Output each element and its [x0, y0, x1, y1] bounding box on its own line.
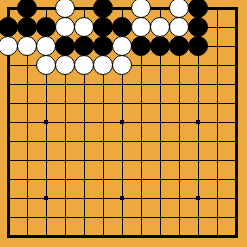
board-point-9-12[interactable]	[151, 208, 170, 227]
board-point-3-7[interactable]	[37, 113, 56, 132]
board-point-11-12[interactable]	[189, 208, 208, 227]
white-stone: ○	[55, 17, 75, 37]
board-point-11-5[interactable]	[189, 75, 208, 94]
board-point-7-3[interactable]: ○	[113, 37, 132, 56]
board-point-5-12[interactable]	[75, 208, 94, 227]
board-point-9-1[interactable]	[151, 0, 170, 18]
board-point-10-4[interactable]	[170, 56, 189, 75]
board-point-1-2[interactable]: ●	[0, 18, 18, 37]
board-point-5-5[interactable]	[75, 75, 94, 94]
board-point-6-1[interactable]: ●	[94, 0, 113, 18]
board-point-3-1[interactable]	[37, 0, 56, 18]
board-point-6-6[interactable]	[94, 94, 113, 113]
board-point-5-9[interactable]	[75, 151, 94, 170]
board-point-12-1[interactable]	[208, 0, 227, 18]
board-point-10-10[interactable]	[170, 170, 189, 189]
board-point-13-3[interactable]	[227, 37, 246, 56]
board-point-5-11[interactable]	[75, 189, 94, 208]
board-point-6-11[interactable]	[94, 189, 113, 208]
white-stone: ○	[55, 55, 75, 75]
board-point-3-8[interactable]	[37, 132, 56, 151]
board-point-4-13[interactable]	[56, 227, 75, 246]
board-point-9-2[interactable]: ○	[151, 18, 170, 37]
board-point-8-4[interactable]	[132, 56, 151, 75]
board-point-3-3[interactable]: ○	[37, 37, 56, 56]
board-point-1-10[interactable]	[0, 170, 18, 189]
board-point-6-4[interactable]: ○	[94, 56, 113, 75]
board-point-2-7[interactable]	[18, 113, 37, 132]
board-point-6-3[interactable]: ●	[94, 37, 113, 56]
board-point-12-8[interactable]	[208, 132, 227, 151]
board-point-2-3[interactable]: ○	[18, 37, 37, 56]
board-point-13-5[interactable]	[227, 75, 246, 94]
board-point-2-13[interactable]	[18, 227, 37, 246]
board-point-11-6[interactable]	[189, 94, 208, 113]
board-point-7-2[interactable]: ●	[113, 18, 132, 37]
board-point-11-3[interactable]: ●	[189, 37, 208, 56]
board-point-7-8[interactable]	[113, 132, 132, 151]
board-point-2-11[interactable]	[18, 189, 37, 208]
board-point-12-6[interactable]	[208, 94, 227, 113]
black-stone: ●	[93, 36, 113, 56]
board-point-4-7[interactable]	[56, 113, 75, 132]
board-point-10-2[interactable]: ○	[170, 18, 189, 37]
board-point-13-10[interactable]	[227, 170, 246, 189]
board-point-4-6[interactable]	[56, 94, 75, 113]
board-point-4-3[interactable]: ●	[56, 37, 75, 56]
board-point-7-6[interactable]	[113, 94, 132, 113]
board-point-3-10[interactable]	[37, 170, 56, 189]
board-point-2-10[interactable]	[18, 170, 37, 189]
board-point-13-8[interactable]	[227, 132, 246, 151]
board-point-8-7[interactable]	[132, 113, 151, 132]
board-point-3-9[interactable]	[37, 151, 56, 170]
black-stone: ●	[188, 0, 208, 18]
board-point-6-2[interactable]: ●	[94, 18, 113, 37]
board-point-4-11[interactable]	[56, 189, 75, 208]
board-point-9-5[interactable]	[151, 75, 170, 94]
board-point-1-4[interactable]	[0, 56, 18, 75]
board-point-13-6[interactable]	[227, 94, 246, 113]
white-stone: ○	[169, 17, 189, 37]
board-point-5-7[interactable]	[75, 113, 94, 132]
white-stone: ○	[74, 55, 94, 75]
board-point-12-12[interactable]	[208, 208, 227, 227]
board-point-3-6[interactable]	[37, 94, 56, 113]
board-point-12-5[interactable]	[208, 75, 227, 94]
white-stone: ○	[93, 55, 113, 75]
board-point-6-10[interactable]	[94, 170, 113, 189]
board-point-7-10[interactable]	[113, 170, 132, 189]
board-point-11-2[interactable]: ●	[189, 18, 208, 37]
board-point-1-7[interactable]	[0, 113, 18, 132]
white-stone: ○	[169, 0, 189, 18]
board-point-7-7[interactable]	[113, 113, 132, 132]
board-point-2-8[interactable]	[18, 132, 37, 151]
board-point-9-13[interactable]	[151, 227, 170, 246]
board-point-12-3[interactable]	[208, 37, 227, 56]
board-point-11-8[interactable]	[189, 132, 208, 151]
board-point-12-4[interactable]	[208, 56, 227, 75]
board-point-1-5[interactable]	[0, 75, 18, 94]
board-point-8-13[interactable]	[132, 227, 151, 246]
board-point-9-6[interactable]	[151, 94, 170, 113]
board-point-12-10[interactable]	[208, 170, 227, 189]
board-intersections: ●○●○○●●●●○○●●○○○●○○○●●●○●●●●○○○○○	[0, 0, 246, 246]
board-point-10-13[interactable]	[170, 227, 189, 246]
board-point-9-11[interactable]	[151, 189, 170, 208]
board-point-8-12[interactable]	[132, 208, 151, 227]
board-point-4-9[interactable]	[56, 151, 75, 170]
board-point-13-11[interactable]	[227, 189, 246, 208]
board-point-7-11[interactable]	[113, 189, 132, 208]
board-point-7-9[interactable]	[113, 151, 132, 170]
board-point-2-6[interactable]	[18, 94, 37, 113]
board-point-3-13[interactable]	[37, 227, 56, 246]
board-point-3-12[interactable]	[37, 208, 56, 227]
board-point-11-1[interactable]: ●	[189, 0, 208, 18]
board-point-12-11[interactable]	[208, 189, 227, 208]
board-point-2-9[interactable]	[18, 151, 37, 170]
board-point-4-8[interactable]	[56, 132, 75, 151]
black-stone: ●	[131, 36, 151, 56]
white-stone: ○	[131, 17, 151, 37]
black-stone: ●	[17, 0, 37, 18]
board-point-13-12[interactable]	[227, 208, 246, 227]
board-point-5-2[interactable]: ○	[75, 18, 94, 37]
board-point-8-6[interactable]	[132, 94, 151, 113]
board-point-11-11[interactable]	[189, 189, 208, 208]
board-point-1-8[interactable]	[0, 132, 18, 151]
white-stone: ○	[131, 0, 151, 18]
board-point-7-12[interactable]	[113, 208, 132, 227]
black-stone: ●	[93, 0, 113, 18]
board-point-8-8[interactable]	[132, 132, 151, 151]
board-point-9-10[interactable]	[151, 170, 170, 189]
white-stone: ○	[36, 36, 56, 56]
board-point-10-6[interactable]	[170, 94, 189, 113]
board-point-10-12[interactable]	[170, 208, 189, 227]
board-point-2-2[interactable]: ●	[18, 18, 37, 37]
board-point-11-4[interactable]	[189, 56, 208, 75]
board-point-2-12[interactable]	[18, 208, 37, 227]
board-point-1-11[interactable]	[0, 189, 18, 208]
board-point-4-5[interactable]	[56, 75, 75, 94]
board-point-9-3[interactable]: ●	[151, 37, 170, 56]
board-point-13-7[interactable]	[227, 113, 246, 132]
board-point-10-8[interactable]	[170, 132, 189, 151]
board-point-10-7[interactable]	[170, 113, 189, 132]
board-point-12-2[interactable]	[208, 18, 227, 37]
board-point-5-6[interactable]	[75, 94, 94, 113]
board-point-6-13[interactable]	[94, 227, 113, 246]
board-point-13-1[interactable]	[227, 0, 246, 18]
black-stone: ●	[188, 17, 208, 37]
board-point-5-13[interactable]	[75, 227, 94, 246]
white-stone: ○	[0, 36, 18, 56]
board-point-13-9[interactable]	[227, 151, 246, 170]
board-point-8-3[interactable]: ●	[132, 37, 151, 56]
board-point-9-9[interactable]	[151, 151, 170, 170]
white-stone: ○	[36, 55, 56, 75]
board-point-5-1[interactable]	[75, 0, 94, 18]
black-stone: ●	[17, 17, 37, 37]
board-point-3-11[interactable]	[37, 189, 56, 208]
black-stone: ●	[188, 36, 208, 56]
board-point-8-11[interactable]	[132, 189, 151, 208]
board-point-6-9[interactable]	[94, 151, 113, 170]
board-point-2-4[interactable]	[18, 56, 37, 75]
board-point-2-5[interactable]	[18, 75, 37, 94]
board-point-4-10[interactable]	[56, 170, 75, 189]
black-stone: ●	[74, 36, 94, 56]
board-point-1-12[interactable]	[0, 208, 18, 227]
board-point-1-6[interactable]	[0, 94, 18, 113]
board-point-6-8[interactable]	[94, 132, 113, 151]
white-stone: ○	[150, 17, 170, 37]
board-point-5-3[interactable]: ●	[75, 37, 94, 56]
board-point-1-3[interactable]: ○	[0, 37, 18, 56]
board-point-1-9[interactable]	[0, 151, 18, 170]
board-point-8-9[interactable]	[132, 151, 151, 170]
board-point-8-1[interactable]: ○	[132, 0, 151, 18]
go-board: ●○●○○●●●●○○●●○○○●○○○●●●○●●●●○○○○○	[0, 0, 247, 247]
board-point-10-9[interactable]	[170, 151, 189, 170]
board-point-6-7[interactable]	[94, 113, 113, 132]
board-point-10-11[interactable]	[170, 189, 189, 208]
board-point-9-8[interactable]	[151, 132, 170, 151]
white-stone: ○	[55, 0, 75, 18]
board-point-10-3[interactable]: ●	[170, 37, 189, 56]
board-point-5-4[interactable]: ○	[75, 56, 94, 75]
board-point-3-4[interactable]: ○	[37, 56, 56, 75]
board-point-9-7[interactable]	[151, 113, 170, 132]
board-point-11-7[interactable]	[189, 113, 208, 132]
board-point-9-4[interactable]	[151, 56, 170, 75]
board-point-12-9[interactable]	[208, 151, 227, 170]
board-point-4-12[interactable]	[56, 208, 75, 227]
board-point-7-4[interactable]: ○	[113, 56, 132, 75]
black-stone: ●	[112, 17, 132, 37]
board-point-10-1[interactable]: ○	[170, 0, 189, 18]
white-stone: ○	[17, 36, 37, 56]
white-stone: ○	[112, 55, 132, 75]
board-point-7-1[interactable]	[113, 0, 132, 18]
board-point-4-1[interactable]: ○	[56, 0, 75, 18]
board-point-3-2[interactable]: ●	[37, 18, 56, 37]
board-point-7-13[interactable]	[113, 227, 132, 246]
board-point-5-10[interactable]	[75, 170, 94, 189]
board-point-13-4[interactable]	[227, 56, 246, 75]
board-point-6-12[interactable]	[94, 208, 113, 227]
black-stone: ●	[36, 17, 56, 37]
black-stone: ●	[93, 17, 113, 37]
board-point-12-7[interactable]	[208, 113, 227, 132]
board-point-10-5[interactable]	[170, 75, 189, 94]
black-stone: ●	[0, 17, 18, 37]
black-stone: ●	[150, 36, 170, 56]
board-point-8-10[interactable]	[132, 170, 151, 189]
board-point-11-13[interactable]	[189, 227, 208, 246]
board-point-7-5[interactable]	[113, 75, 132, 94]
black-stone: ●	[169, 36, 189, 56]
board-point-13-2[interactable]	[227, 18, 246, 37]
board-point-3-5[interactable]	[37, 75, 56, 94]
board-point-8-5[interactable]	[132, 75, 151, 94]
board-point-4-2[interactable]: ○	[56, 18, 75, 37]
board-point-12-13[interactable]	[208, 227, 227, 246]
board-point-13-13[interactable]	[227, 227, 246, 246]
board-point-5-8[interactable]	[75, 132, 94, 151]
board-point-1-1[interactable]	[0, 0, 18, 18]
board-point-2-1[interactable]: ●	[18, 0, 37, 18]
white-stone: ○	[74, 17, 94, 37]
board-point-6-5[interactable]	[94, 75, 113, 94]
black-stone: ●	[55, 36, 75, 56]
board-point-1-13[interactable]	[0, 227, 18, 246]
white-stone: ○	[112, 36, 132, 56]
board-point-11-9[interactable]	[189, 151, 208, 170]
board-point-11-10[interactable]	[189, 170, 208, 189]
board-point-8-2[interactable]: ○	[132, 18, 151, 37]
board-point-4-4[interactable]: ○	[56, 56, 75, 75]
